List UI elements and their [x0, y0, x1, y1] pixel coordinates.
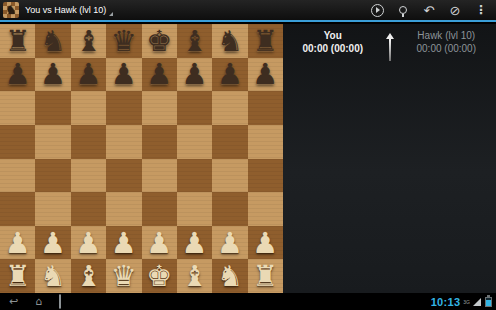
- square-g6[interactable]: [212, 91, 247, 125]
- square-b8[interactable]: ♞: [35, 24, 70, 58]
- piece-black-queen: ♛: [111, 26, 137, 56]
- square-b3[interactable]: [35, 192, 70, 226]
- square-e7[interactable]: ♟: [142, 58, 177, 92]
- spinner-caret-icon: [109, 12, 113, 16]
- home-icon: ⌂: [35, 295, 42, 308]
- square-g4[interactable]: [212, 159, 247, 193]
- square-b1[interactable]: ♞: [35, 259, 70, 293]
- piece-white-pawn: ♟: [5, 228, 31, 258]
- piece-white-knight: ♞: [40, 261, 66, 291]
- square-d6[interactable]: [106, 91, 141, 125]
- piece-black-pawn: ♟: [75, 59, 101, 89]
- lightbulb-icon: [399, 6, 407, 14]
- undo-button[interactable]: ↶: [422, 3, 436, 17]
- overflow-menu-button[interactable]: ⋮: [474, 3, 488, 17]
- piece-black-pawn: ♟: [40, 59, 66, 89]
- hint-button[interactable]: [396, 3, 410, 17]
- player-name-you: You: [283, 29, 383, 42]
- back-button[interactable]: ↩: [9, 296, 18, 307]
- square-f2[interactable]: ♟: [177, 226, 212, 260]
- piece-black-bishop: ♝: [182, 26, 208, 56]
- piece-white-knight: ♞: [217, 261, 243, 291]
- player-time-opponent: 00:00 (00:00): [397, 42, 496, 55]
- piece-black-rook: ♜: [252, 26, 278, 56]
- action-bar: ♞ You vs Hawk (lvl 10) ↶ ⊘ ⋮: [0, 0, 496, 22]
- recents-button[interactable]: [59, 296, 61, 307]
- piece-black-king: ♚: [146, 26, 172, 56]
- piece-black-bishop: ♝: [75, 26, 101, 56]
- piece-white-rook: ♜: [252, 261, 278, 291]
- square-h3[interactable]: [248, 192, 283, 226]
- square-e6[interactable]: [142, 91, 177, 125]
- home-button[interactable]: ⌂: [35, 296, 42, 307]
- play-button[interactable]: [370, 3, 384, 17]
- square-a3[interactable]: [0, 192, 35, 226]
- square-e1[interactable]: ♚: [142, 259, 177, 293]
- piece-black-pawn: ♟: [146, 59, 172, 89]
- piece-white-pawn: ♟: [75, 228, 101, 258]
- square-d7[interactable]: ♟: [106, 58, 141, 92]
- square-g3[interactable]: [212, 192, 247, 226]
- piece-black-pawn: ♟: [111, 59, 137, 89]
- piece-black-pawn: ♟: [5, 59, 31, 89]
- turn-indicator-up-arrow-icon: [383, 32, 397, 66]
- piece-white-rook: ♜: [5, 261, 31, 291]
- recent-apps-icon: [59, 294, 61, 309]
- square-b7[interactable]: ♟: [35, 58, 70, 92]
- piece-white-bishop: ♝: [182, 261, 208, 291]
- square-f1[interactable]: ♝: [177, 259, 212, 293]
- player-time-you: 00:00 (00:00): [283, 42, 383, 55]
- square-e2[interactable]: ♟: [142, 226, 177, 260]
- piece-white-bishop: ♝: [75, 261, 101, 291]
- square-c7[interactable]: ♟: [71, 58, 106, 92]
- system-bar: ↩ ⌂ 10:13 3G: [0, 293, 496, 310]
- square-b4[interactable]: [35, 159, 70, 193]
- square-a1[interactable]: ♜: [0, 259, 35, 293]
- square-f8[interactable]: ♝: [177, 24, 212, 58]
- status-clock: 10:13: [431, 296, 461, 308]
- piece-white-pawn: ♟: [217, 228, 243, 258]
- square-h1[interactable]: ♜: [248, 259, 283, 293]
- arrow-shaft: [389, 39, 391, 61]
- piece-white-pawn: ♟: [111, 228, 137, 258]
- square-h6[interactable]: [248, 91, 283, 125]
- square-d5[interactable]: [106, 125, 141, 159]
- page-title: You vs Hawk (lvl 10): [25, 5, 106, 16]
- status-icons: 10:13 3G: [431, 296, 496, 308]
- square-c6[interactable]: [71, 91, 106, 125]
- square-c1[interactable]: ♝: [71, 259, 106, 293]
- piece-white-pawn: ♟: [182, 228, 208, 258]
- piece-black-knight: ♞: [217, 26, 243, 56]
- square-h7[interactable]: ♟: [248, 58, 283, 92]
- piece-black-pawn: ♟: [182, 59, 208, 89]
- undo-icon: ↶: [424, 4, 435, 17]
- square-f5[interactable]: [177, 125, 212, 159]
- square-d1[interactable]: ♛: [106, 259, 141, 293]
- square-d8[interactable]: ♛: [106, 24, 141, 58]
- block-button[interactable]: ⊘: [448, 3, 462, 17]
- back-icon: ↩: [9, 295, 18, 308]
- square-g5[interactable]: [212, 125, 247, 159]
- title-spinner[interactable]: You vs Hawk (lvl 10): [25, 0, 113, 20]
- square-f4[interactable]: [177, 159, 212, 193]
- square-g1[interactable]: ♞: [212, 259, 247, 293]
- app-icon: ♞: [3, 2, 19, 18]
- signal-strength-icon: [473, 298, 481, 306]
- overflow-menu-icon: ⋮: [475, 4, 487, 17]
- square-c2[interactable]: ♟: [71, 226, 106, 260]
- battery-icon: [485, 297, 492, 307]
- square-a5[interactable]: [0, 125, 35, 159]
- square-a4[interactable]: [0, 159, 35, 193]
- player-clock-you: You 00:00 (00:00): [283, 29, 383, 55]
- square-d3[interactable]: [106, 192, 141, 226]
- piece-black-knight: ♞: [40, 26, 66, 56]
- piece-white-pawn: ♟: [40, 228, 66, 258]
- square-e5[interactable]: [142, 125, 177, 159]
- square-c3[interactable]: [71, 192, 106, 226]
- square-h4[interactable]: [248, 159, 283, 193]
- piece-black-rook: ♜: [5, 26, 31, 56]
- piece-white-pawn: ♟: [146, 228, 172, 258]
- piece-black-pawn: ♟: [252, 59, 278, 89]
- square-g8[interactable]: ♞: [212, 24, 247, 58]
- square-b5[interactable]: [35, 125, 70, 159]
- square-f7[interactable]: ♟: [177, 58, 212, 92]
- square-c4[interactable]: [71, 159, 106, 193]
- square-e3[interactable]: [142, 192, 177, 226]
- piece-black-pawn: ♟: [217, 59, 243, 89]
- square-b6[interactable]: [35, 91, 70, 125]
- square-h2[interactable]: ♟: [248, 226, 283, 260]
- square-c8[interactable]: ♝: [71, 24, 106, 58]
- navigation-buttons: ↩ ⌂: [0, 296, 61, 307]
- side-panel: You 00:00 (00:00) Hawk (lvl 10) 00:00 (0…: [283, 24, 496, 293]
- square-h5[interactable]: [248, 125, 283, 159]
- piece-white-king: ♚: [146, 261, 172, 291]
- network-type-label: 3G: [463, 299, 470, 305]
- square-a8[interactable]: ♜: [0, 24, 35, 58]
- square-d2[interactable]: ♟: [106, 226, 141, 260]
- square-f6[interactable]: [177, 91, 212, 125]
- square-e8[interactable]: ♚: [142, 24, 177, 58]
- play-circle-icon: [371, 4, 384, 17]
- chess-app-screen: ♞ You vs Hawk (lvl 10) ↶ ⊘ ⋮ ♜♞♝♛♚♝♞♜♟♟♟…: [0, 0, 496, 310]
- square-f3[interactable]: [177, 192, 212, 226]
- square-g2[interactable]: ♟: [212, 226, 247, 260]
- square-g7[interactable]: ♟: [212, 58, 247, 92]
- square-e4[interactable]: [142, 159, 177, 193]
- square-a6[interactable]: [0, 91, 35, 125]
- piece-white-queen: ♛: [111, 261, 137, 291]
- square-a7[interactable]: ♟: [0, 58, 35, 92]
- chess-board: ♜♞♝♛♚♝♞♜♟♟♟♟♟♟♟♟♟♟♟♟♟♟♟♟♜♞♝♛♚♝♞♜: [0, 24, 283, 293]
- piece-white-pawn: ♟: [252, 228, 278, 258]
- square-a2[interactable]: ♟: [0, 226, 35, 260]
- square-b2[interactable]: ♟: [35, 226, 70, 260]
- square-c5[interactable]: [71, 125, 106, 159]
- block-icon: ⊘: [450, 4, 461, 17]
- square-d4[interactable]: [106, 159, 141, 193]
- player-clock-opponent: Hawk (lvl 10) 00:00 (00:00): [397, 29, 496, 55]
- clocks-row: You 00:00 (00:00) Hawk (lvl 10) 00:00 (0…: [283, 24, 496, 66]
- square-h8[interactable]: ♜: [248, 24, 283, 58]
- player-name-opponent: Hawk (lvl 10): [397, 29, 496, 42]
- app-icon-knight-glyph: ♞: [6, 3, 17, 17]
- action-bar-buttons: ↶ ⊘ ⋮: [370, 3, 496, 17]
